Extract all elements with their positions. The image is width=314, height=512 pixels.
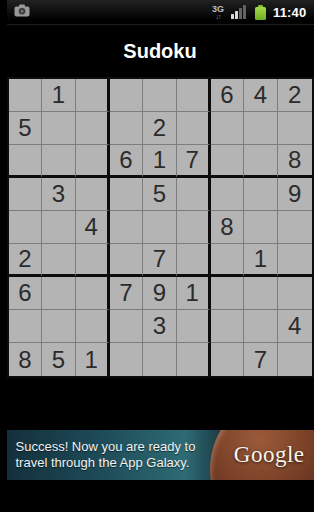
sudoku-cell-r7c3[interactable] [76, 277, 110, 310]
sudoku-cell-r5c9[interactable] [278, 211, 312, 244]
sudoku-cell-r9c8[interactable]: 7 [244, 343, 278, 376]
network-3g-indicator: 3G ↓↑ [212, 5, 224, 20]
sudoku-cell-r3c1[interactable] [9, 145, 43, 178]
sudoku-cell-r4c8[interactable] [244, 178, 278, 211]
sudoku-cell-r1c2[interactable]: 1 [42, 79, 76, 112]
sudoku-cell-r4c2[interactable]: 3 [42, 178, 76, 211]
sudoku-cell-r3c6[interactable]: 7 [177, 145, 211, 178]
sudoku-cell-r5c4[interactable] [110, 211, 144, 244]
sudoku-cell-r4c1[interactable] [9, 178, 43, 211]
sudoku-cell-r5c2[interactable] [42, 211, 76, 244]
sudoku-cell-r6c5[interactable]: 7 [143, 244, 177, 277]
sudoku-cell-r5c7[interactable]: 8 [211, 211, 245, 244]
sudoku-cell-r4c3[interactable] [76, 178, 110, 211]
phone-screen: 3G ↓↑ 11:40 Sudoku 164252617835948271679… [7, 0, 314, 512]
sudoku-cell-r8c1[interactable] [9, 310, 43, 343]
sudoku-cell-r6c8[interactable]: 1 [244, 244, 278, 277]
sudoku-cell-r7c6[interactable]: 1 [177, 277, 211, 310]
sudoku-cell-r4c6[interactable] [177, 178, 211, 211]
sudoku-cell-r7c9[interactable] [278, 277, 312, 310]
sudoku-cell-r9c4[interactable] [110, 343, 144, 376]
sudoku-cell-r9c9[interactable] [278, 343, 312, 376]
sudoku-cell-r8c9[interactable]: 4 [278, 310, 312, 343]
sudoku-cell-r1c1[interactable] [9, 79, 43, 112]
sudoku-cell-r9c2[interactable]: 5 [42, 343, 76, 376]
sudoku-cell-r4c9[interactable]: 9 [278, 178, 312, 211]
sudoku-cell-r7c2[interactable] [42, 277, 76, 310]
sudoku-cell-r9c5[interactable] [143, 343, 177, 376]
sudoku-cell-r6c6[interactable] [177, 244, 211, 277]
sudoku-cell-r8c5[interactable]: 3 [143, 310, 177, 343]
sudoku-cell-r5c3[interactable]: 4 [76, 211, 110, 244]
sudoku-cell-r1c4[interactable] [110, 79, 144, 112]
sudoku-cell-r8c7[interactable] [211, 310, 245, 343]
sudoku-cell-r5c1[interactable] [9, 211, 43, 244]
sudoku-cell-r3c7[interactable] [211, 145, 245, 178]
signal-strength-icon [231, 5, 246, 19]
sudoku-cell-r1c5[interactable] [143, 79, 177, 112]
sudoku-board: 1642526178359482716791348517 [7, 77, 314, 378]
sudoku-cell-r5c5[interactable] [143, 211, 177, 244]
status-bar: 3G ↓↑ 11:40 [7, 0, 314, 25]
sudoku-cell-r1c9[interactable]: 2 [278, 79, 312, 112]
sudoku-cell-r2c9[interactable] [278, 112, 312, 145]
sudoku-cell-r8c4[interactable] [110, 310, 144, 343]
sudoku-cell-r2c5[interactable]: 2 [143, 112, 177, 145]
sudoku-cell-r3c2[interactable] [42, 145, 76, 178]
camera-notification-icon [14, 3, 30, 21]
sudoku-cell-r9c6[interactable] [177, 343, 211, 376]
title-bar: Sudoku [7, 26, 314, 77]
sudoku-cell-r6c9[interactable] [278, 244, 312, 277]
status-time: 11:40 [273, 5, 307, 20]
ad-line1: Success! Now you are ready to [16, 439, 196, 454]
sudoku-cell-r3c3[interactable] [76, 145, 110, 178]
sudoku-cell-r7c5[interactable]: 9 [143, 277, 177, 310]
sudoku-cell-r1c3[interactable] [76, 79, 110, 112]
ad-line2: travel through the App Galaxy. [16, 455, 190, 470]
ad-text: Success! Now you are ready to travel thr… [16, 439, 196, 471]
sudoku-cell-r2c6[interactable] [177, 112, 211, 145]
sudoku-cell-r7c7[interactable] [211, 277, 245, 310]
sudoku-cell-r6c2[interactable] [42, 244, 76, 277]
sudoku-cell-r1c6[interactable] [177, 79, 211, 112]
sudoku-cell-r7c1[interactable]: 6 [9, 277, 43, 310]
sudoku-cell-r9c7[interactable] [211, 343, 245, 376]
sudoku-cell-r7c4[interactable]: 7 [110, 277, 144, 310]
sudoku-cell-r7c8[interactable] [244, 277, 278, 310]
sudoku-cell-r1c7[interactable]: 6 [211, 79, 245, 112]
sudoku-cell-r8c6[interactable] [177, 310, 211, 343]
sudoku-cell-r6c7[interactable] [211, 244, 245, 277]
data-arrows-icon: ↓↑ [215, 13, 220, 20]
sudoku-cell-r3c8[interactable] [244, 145, 278, 178]
sudoku-cell-r3c4[interactable]: 6 [110, 145, 144, 178]
sudoku-cell-r4c4[interactable] [110, 178, 144, 211]
sudoku-cell-r5c6[interactable] [177, 211, 211, 244]
sudoku-cell-r5c8[interactable] [244, 211, 278, 244]
app-title: Sudoku [123, 40, 196, 63]
ad-banner[interactable]: Success! Now you are ready to travel thr… [7, 430, 314, 480]
battery-icon [255, 5, 266, 20]
sudoku-cell-r2c4[interactable] [110, 112, 144, 145]
sudoku-cell-r2c8[interactable] [244, 112, 278, 145]
sudoku-cell-r2c1[interactable]: 5 [9, 112, 43, 145]
sudoku-cell-r6c4[interactable] [110, 244, 144, 277]
sudoku-cell-r2c2[interactable] [42, 112, 76, 145]
sudoku-cell-r8c3[interactable] [76, 310, 110, 343]
sudoku-cell-r9c1[interactable]: 8 [9, 343, 43, 376]
sudoku-cell-r3c5[interactable]: 1 [143, 145, 177, 178]
sudoku-cell-r2c3[interactable] [76, 112, 110, 145]
google-logo: Google [234, 442, 305, 468]
sudoku-cell-r1c8[interactable]: 4 [244, 79, 278, 112]
sudoku-cell-r4c5[interactable]: 5 [143, 178, 177, 211]
sudoku-cell-r6c3[interactable] [76, 244, 110, 277]
sudoku-cell-r8c2[interactable] [42, 310, 76, 343]
sudoku-cell-r8c8[interactable] [244, 310, 278, 343]
sudoku-cell-r9c3[interactable]: 1 [76, 343, 110, 376]
sudoku-cell-r2c7[interactable] [211, 112, 245, 145]
sudoku-cell-r3c9[interactable]: 8 [278, 145, 312, 178]
sudoku-cell-r6c1[interactable]: 2 [9, 244, 43, 277]
sudoku-cell-r4c7[interactable] [211, 178, 245, 211]
